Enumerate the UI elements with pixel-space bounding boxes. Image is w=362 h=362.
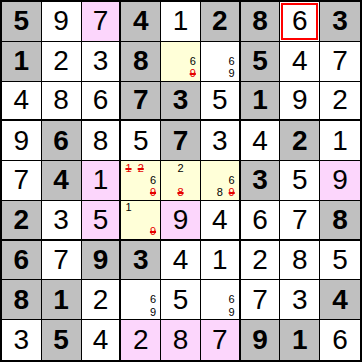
cell-r6c8[interactable]: 7 bbox=[280, 201, 320, 241]
solved-digit: 4 bbox=[14, 86, 30, 114]
solved-digit: 1 bbox=[212, 246, 228, 274]
candidate-empty bbox=[214, 294, 226, 306]
candidate-empty bbox=[122, 174, 134, 186]
cell-r5c3[interactable]: 1 bbox=[82, 161, 122, 201]
given-digit: 1 bbox=[292, 326, 308, 354]
cell-r7c6[interactable]: 1 bbox=[201, 241, 241, 281]
candidate-empty bbox=[214, 162, 226, 174]
given-digit: 7 bbox=[133, 86, 149, 114]
solved-digit: 7 bbox=[212, 326, 228, 354]
cell-r4c5[interactable]: 7 bbox=[161, 121, 201, 161]
cell-r2c1[interactable]: 1 bbox=[2, 42, 42, 82]
solved-digit: 7 bbox=[93, 7, 109, 35]
cell-r8c6[interactable]: 69 bbox=[201, 280, 241, 320]
candidate-empty bbox=[147, 281, 159, 293]
cell-r6c6[interactable]: 4 bbox=[201, 201, 241, 241]
cell-r3c1[interactable]: 4 bbox=[2, 82, 42, 122]
cell-r7c1[interactable]: 6 bbox=[2, 241, 42, 281]
candidate-empty bbox=[202, 187, 214, 199]
given-digit: 3 bbox=[133, 246, 149, 274]
solved-digit: 6 bbox=[252, 206, 268, 234]
cell-r5c9[interactable]: 9 bbox=[320, 161, 360, 201]
cell-r2c4[interactable]: 8 bbox=[121, 42, 161, 82]
solved-digit: 2 bbox=[93, 286, 109, 314]
cell-r4c4[interactable]: 5 bbox=[121, 121, 161, 161]
solved-digit: 5 bbox=[133, 127, 149, 155]
cell-r4c6[interactable]: 3 bbox=[201, 121, 241, 161]
candidate-empty bbox=[202, 174, 214, 186]
cell-r7c8[interactable]: 8 bbox=[280, 241, 320, 281]
solved-digit: 9 bbox=[173, 206, 189, 234]
candidate-empty bbox=[122, 226, 134, 238]
candidate-2-eliminated: 2 bbox=[135, 162, 147, 174]
solved-digit: 4 bbox=[93, 326, 109, 354]
candidate-empty bbox=[174, 174, 186, 186]
cell-r9c8[interactable]: 1 bbox=[280, 320, 320, 360]
given-digit: 8 bbox=[14, 286, 30, 314]
candidate-empty bbox=[187, 162, 199, 174]
solved-digit: 1 bbox=[332, 127, 348, 155]
cell-r4c7[interactable]: 4 bbox=[241, 121, 281, 161]
solved-digit: 6 bbox=[93, 86, 109, 114]
given-digit: 9 bbox=[93, 246, 109, 274]
candidate-empty bbox=[122, 294, 134, 306]
cell-r1c6[interactable]: 2 bbox=[201, 2, 241, 42]
cell-r7c4[interactable]: 3 bbox=[121, 241, 161, 281]
candidate-empty bbox=[162, 187, 174, 199]
solved-digit: 6 bbox=[332, 326, 348, 354]
cell-r8c3[interactable]: 2 bbox=[82, 280, 122, 320]
solved-digit: 5 bbox=[93, 206, 109, 234]
candidate-empty bbox=[135, 187, 147, 199]
solved-digit: 9 bbox=[14, 127, 30, 155]
cell-r2c8[interactable]: 4 bbox=[280, 42, 320, 82]
candidate-empty bbox=[135, 226, 147, 238]
candidate-empty bbox=[202, 294, 214, 306]
candidate-empty bbox=[202, 162, 214, 174]
pencil-marks: 69 bbox=[122, 281, 159, 318]
candidate-empty bbox=[122, 214, 134, 226]
given-digit: 3 bbox=[173, 86, 189, 114]
cell-r9c1[interactable]: 3 bbox=[2, 320, 42, 360]
given-digit: 3 bbox=[252, 166, 268, 194]
candidate-empty bbox=[162, 43, 174, 55]
cell-r3c6[interactable]: 5 bbox=[201, 82, 241, 122]
candidate-empty bbox=[162, 174, 174, 186]
candidate-empty bbox=[187, 174, 199, 186]
candidate-empty bbox=[202, 67, 214, 79]
cell-r3c2[interactable]: 8 bbox=[42, 82, 82, 122]
cell-r6c3[interactable]: 5 bbox=[82, 201, 122, 241]
candidate-empty bbox=[187, 187, 199, 199]
solved-digit: 3 bbox=[93, 47, 109, 75]
candidate-1-eliminated: 1 bbox=[122, 162, 134, 174]
given-digit: 5 bbox=[53, 326, 69, 354]
candidate-9-eliminated: 9 bbox=[147, 226, 159, 238]
cell-r7c3[interactable]: 9 bbox=[82, 241, 122, 281]
candidate-empty bbox=[202, 55, 214, 67]
cell-r8c2[interactable]: 1 bbox=[42, 280, 82, 320]
given-digit: 2 bbox=[14, 206, 30, 234]
candidate-8: 8 bbox=[214, 187, 226, 199]
cell-r5c8[interactable]: 5 bbox=[280, 161, 320, 201]
candidate-empty bbox=[214, 281, 226, 293]
given-digit: 4 bbox=[332, 286, 348, 314]
solved-digit: 6 bbox=[292, 7, 308, 35]
cell-r8c4[interactable]: 69 bbox=[121, 280, 161, 320]
pencil-marks: 69 bbox=[202, 43, 238, 80]
cell-r1c5[interactable]: 1 bbox=[161, 2, 201, 42]
candidate-9: 9 bbox=[147, 306, 159, 318]
candidate-empty bbox=[162, 162, 174, 174]
candidate-empty bbox=[202, 43, 214, 55]
candidate-empty bbox=[202, 306, 214, 318]
solved-digit: 5 bbox=[173, 286, 189, 314]
cell-r6c5[interactable]: 9 bbox=[161, 201, 201, 241]
candidate-empty bbox=[174, 43, 186, 55]
candidate-empty bbox=[202, 281, 214, 293]
candidate-1: 1 bbox=[122, 202, 134, 214]
given-digit: 6 bbox=[14, 246, 30, 274]
solved-digit: 4 bbox=[252, 127, 268, 155]
cell-r3c3[interactable]: 6 bbox=[82, 82, 122, 122]
given-digit: 2 bbox=[212, 7, 228, 35]
candidate-empty bbox=[135, 281, 147, 293]
cell-r1c1[interactable]: 5 bbox=[2, 2, 42, 42]
cell-r2c9[interactable]: 7 bbox=[320, 42, 360, 82]
pencil-marks: 28 bbox=[162, 162, 199, 199]
candidate-empty bbox=[174, 67, 186, 79]
solved-digit: 9 bbox=[292, 86, 308, 114]
solved-digit: 8 bbox=[292, 246, 308, 274]
candidate-6: 6 bbox=[147, 174, 159, 186]
cell-r1c8[interactable]: 6 bbox=[280, 2, 320, 42]
candidate-empty bbox=[214, 55, 226, 67]
cell-r6c7[interactable]: 6 bbox=[241, 201, 281, 241]
given-digit: 4 bbox=[53, 166, 69, 194]
solved-digit: 2 bbox=[252, 246, 268, 274]
solved-digit: 3 bbox=[53, 206, 69, 234]
given-digit: 2 bbox=[292, 127, 308, 155]
cell-r2c3[interactable]: 3 bbox=[82, 42, 122, 82]
candidate-9-eliminated: 9 bbox=[187, 67, 199, 79]
cell-r9c5[interactable]: 8 bbox=[161, 320, 201, 360]
candidate-6: 6 bbox=[187, 55, 199, 67]
solved-digit: 5 bbox=[332, 246, 348, 274]
cell-r3c8[interactable]: 9 bbox=[280, 82, 320, 122]
candidate-empty bbox=[147, 202, 159, 214]
cell-r3c9[interactable]: 2 bbox=[320, 82, 360, 122]
pencil-marks: 69 bbox=[202, 281, 238, 318]
cell-r9c7[interactable]: 9 bbox=[241, 320, 281, 360]
given-digit: 8 bbox=[252, 7, 268, 35]
cell-r5c4[interactable]: 1269 bbox=[121, 161, 161, 201]
given-digit: 9 bbox=[252, 326, 268, 354]
solved-digit: 9 bbox=[53, 7, 69, 35]
candidate-8-eliminated: 8 bbox=[174, 187, 186, 199]
candidate-empty bbox=[214, 67, 226, 79]
cell-r6c1[interactable]: 2 bbox=[2, 201, 42, 241]
cell-r5c6[interactable]: 689 bbox=[201, 161, 241, 201]
given-digit: 8 bbox=[133, 47, 149, 75]
solved-digit: 9 bbox=[332, 166, 348, 194]
candidate-empty bbox=[226, 281, 238, 293]
candidate-9-eliminated: 9 bbox=[226, 187, 238, 199]
candidate-empty bbox=[122, 306, 134, 318]
solved-digit: 4 bbox=[173, 246, 189, 274]
cell-r8c8[interactable]: 3 bbox=[280, 280, 320, 320]
cell-r1c2[interactable]: 9 bbox=[42, 2, 82, 42]
candidate-empty bbox=[147, 162, 159, 174]
cell-r3c4[interactable]: 7 bbox=[121, 82, 161, 122]
candidate-empty bbox=[162, 67, 174, 79]
candidate-empty bbox=[187, 43, 199, 55]
cell-r3c7[interactable]: 1 bbox=[241, 82, 281, 122]
candidate-empty bbox=[174, 55, 186, 67]
given-digit: 6 bbox=[53, 127, 69, 155]
solved-digit: 2 bbox=[332, 86, 348, 114]
candidate-empty bbox=[214, 306, 226, 318]
solved-digit: 8 bbox=[93, 127, 109, 155]
candidate-empty bbox=[135, 202, 147, 214]
pencil-marks: 1269 bbox=[122, 162, 159, 199]
given-digit: 8 bbox=[332, 206, 348, 234]
cell-r5c7[interactable]: 3 bbox=[241, 161, 281, 201]
candidate-empty bbox=[135, 294, 147, 306]
cell-r9c9[interactable]: 6 bbox=[320, 320, 360, 360]
cell-r5c5[interactable]: 28 bbox=[161, 161, 201, 201]
cell-r4c1[interactable]: 9 bbox=[2, 121, 42, 161]
cell-r1c7[interactable]: 8 bbox=[241, 2, 281, 42]
solved-digit: 7 bbox=[252, 286, 268, 314]
given-digit: 1 bbox=[252, 86, 268, 114]
solved-digit: 2 bbox=[133, 326, 149, 354]
sudoku-board: 5974128631238696954748673519296857342174… bbox=[0, 0, 362, 362]
candidate-9: 9 bbox=[226, 306, 238, 318]
solved-digit: 4 bbox=[292, 47, 308, 75]
candidate-9: 9 bbox=[226, 67, 238, 79]
given-digit: 7 bbox=[173, 127, 189, 155]
cell-r6c9[interactable]: 8 bbox=[320, 201, 360, 241]
cell-r7c9[interactable]: 5 bbox=[320, 241, 360, 281]
given-digit: 1 bbox=[14, 47, 30, 75]
candidate-empty bbox=[147, 214, 159, 226]
candidate-6: 6 bbox=[226, 294, 238, 306]
candidate-empty bbox=[214, 174, 226, 186]
cell-r5c2[interactable]: 4 bbox=[42, 161, 82, 201]
cell-r7c2[interactable]: 7 bbox=[42, 241, 82, 281]
cell-r6c2[interactable]: 3 bbox=[42, 201, 82, 241]
pencil-marks: 689 bbox=[202, 162, 238, 199]
given-digit: 4 bbox=[133, 7, 149, 35]
cell-r4c8[interactable]: 2 bbox=[280, 121, 320, 161]
given-digit: 1 bbox=[53, 286, 69, 314]
solved-digit: 7 bbox=[53, 246, 69, 274]
solved-digit: 3 bbox=[212, 127, 228, 155]
solved-digit: 3 bbox=[292, 286, 308, 314]
cell-r2c5[interactable]: 69 bbox=[161, 42, 201, 82]
candidate-empty bbox=[122, 187, 134, 199]
candidate-empty bbox=[162, 55, 174, 67]
solved-digit: 5 bbox=[292, 166, 308, 194]
candidate-empty bbox=[122, 281, 134, 293]
cell-r8c7[interactable]: 7 bbox=[241, 280, 281, 320]
cell-r3c5[interactable]: 3 bbox=[161, 82, 201, 122]
given-digit: 5 bbox=[252, 47, 268, 75]
solved-digit: 1 bbox=[173, 7, 189, 35]
cell-r9c2[interactable]: 5 bbox=[42, 320, 82, 360]
cell-r9c3[interactable]: 4 bbox=[82, 320, 122, 360]
cell-r2c6[interactable]: 69 bbox=[201, 42, 241, 82]
candidate-empty bbox=[226, 43, 238, 55]
solved-digit: 7 bbox=[14, 166, 30, 194]
solved-digit: 4 bbox=[212, 206, 228, 234]
cell-r9c4[interactable]: 2 bbox=[121, 320, 161, 360]
solved-digit: 8 bbox=[173, 326, 189, 354]
cell-r5c1[interactable]: 7 bbox=[2, 161, 42, 201]
solved-digit: 7 bbox=[292, 206, 308, 234]
cell-r8c1[interactable]: 8 bbox=[2, 280, 42, 320]
solved-digit: 5 bbox=[212, 86, 228, 114]
solved-digit: 7 bbox=[332, 47, 348, 75]
cell-r2c2[interactable]: 2 bbox=[42, 42, 82, 82]
candidate-empty bbox=[226, 162, 238, 174]
cell-r7c7[interactable]: 2 bbox=[241, 241, 281, 281]
solved-digit: 1 bbox=[93, 166, 109, 194]
solved-digit: 3 bbox=[14, 326, 30, 354]
pencil-marks: 69 bbox=[162, 43, 199, 80]
candidate-empty bbox=[214, 43, 226, 55]
cell-r4c2[interactable]: 6 bbox=[42, 121, 82, 161]
cell-r1c4[interactable]: 4 bbox=[121, 2, 161, 42]
candidate-empty bbox=[135, 306, 147, 318]
cell-r1c3[interactable]: 7 bbox=[82, 2, 122, 42]
cell-r4c9[interactable]: 1 bbox=[320, 121, 360, 161]
candidate-6: 6 bbox=[226, 174, 238, 186]
candidate-empty bbox=[135, 174, 147, 186]
candidate-2: 2 bbox=[174, 162, 186, 174]
cell-r8c9[interactable]: 4 bbox=[320, 280, 360, 320]
given-digit: 5 bbox=[14, 7, 30, 35]
candidate-9-eliminated: 9 bbox=[147, 187, 159, 199]
cell-r1c9[interactable]: 3 bbox=[320, 2, 360, 42]
pencil-marks: 19 bbox=[122, 202, 159, 238]
cell-r4c3[interactable]: 8 bbox=[82, 121, 122, 161]
candidate-empty bbox=[135, 214, 147, 226]
given-digit: 3 bbox=[332, 7, 348, 35]
solved-digit: 8 bbox=[53, 86, 69, 114]
cell-r2c7[interactable]: 5 bbox=[241, 42, 281, 82]
candidate-6: 6 bbox=[226, 55, 238, 67]
cell-r8c5[interactable]: 5 bbox=[161, 280, 201, 320]
solved-digit: 2 bbox=[53, 47, 69, 75]
cell-r7c5[interactable]: 4 bbox=[161, 241, 201, 281]
cell-r6c4[interactable]: 19 bbox=[121, 201, 161, 241]
cell-r9c6[interactable]: 7 bbox=[201, 320, 241, 360]
candidate-6: 6 bbox=[147, 294, 159, 306]
